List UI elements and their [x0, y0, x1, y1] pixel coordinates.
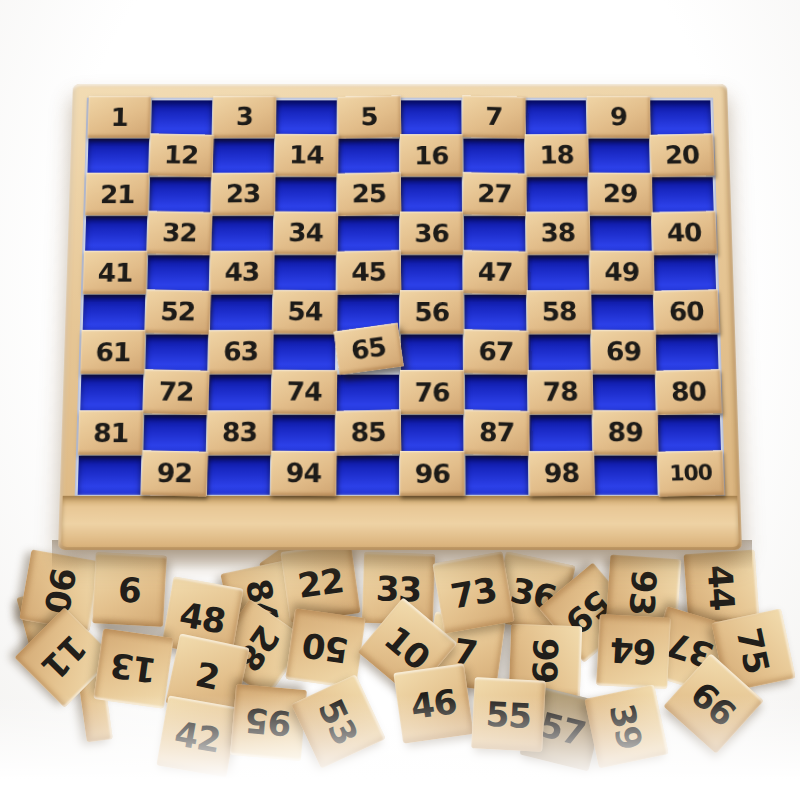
empty-blue-slot[interactable]	[336, 456, 399, 495]
pile-tile-46[interactable]: 46	[393, 663, 473, 743]
empty-blue-slot[interactable]	[272, 415, 335, 454]
board-tile-72[interactable]: 72	[143, 369, 209, 414]
empty-blue-slot[interactable]	[656, 335, 719, 373]
empty-blue-slot[interactable]	[273, 335, 335, 373]
board-tile-18[interactable]: 18	[524, 134, 588, 176]
board-tile-49[interactable]: 49	[590, 251, 654, 294]
board-tile-69[interactable]: 69	[591, 330, 656, 374]
empty-blue-slot[interactable]	[588, 139, 649, 176]
board-tile-29[interactable]: 29	[588, 173, 652, 216]
board-tile-56[interactable]: 56	[400, 290, 464, 333]
empty-blue-slot[interactable]	[145, 335, 208, 373]
empty-blue-slot[interactable]	[401, 255, 462, 293]
empty-blue-slot[interactable]	[401, 177, 462, 214]
empty-blue-slot[interactable]	[463, 139, 524, 176]
empty-blue-slot[interactable]	[207, 456, 270, 495]
empty-blue-slot[interactable]	[591, 295, 653, 333]
empty-blue-slot[interactable]	[78, 456, 142, 495]
empty-blue-slot[interactable]	[528, 335, 590, 373]
empty-blue-slot[interactable]	[650, 100, 711, 136]
board-tile-89[interactable]: 89	[592, 410, 657, 455]
empty-blue-slot[interactable]	[151, 100, 212, 136]
pile-tile-6[interactable]: 6	[92, 552, 167, 627]
empty-blue-slot[interactable]	[465, 456, 528, 495]
pile-tile-44[interactable]: 44	[683, 549, 759, 625]
empty-blue-slot[interactable]	[338, 216, 399, 253]
empty-blue-slot[interactable]	[80, 375, 143, 413]
board-tile-94[interactable]: 94	[270, 451, 336, 496]
empty-blue-slot[interactable]	[211, 216, 273, 253]
board-tile-14[interactable]: 14	[274, 134, 338, 176]
empty-blue-slot[interactable]	[401, 335, 463, 373]
empty-blue-slot[interactable]	[83, 295, 146, 333]
board-tile-92[interactable]: 92	[141, 450, 208, 496]
board-tile-45[interactable]: 45	[336, 250, 401, 294]
board-tile-25[interactable]: 25	[337, 172, 401, 215]
board-tile-12[interactable]: 12	[148, 134, 213, 177]
empty-blue-slot[interactable]	[147, 255, 209, 293]
board-tile-38[interactable]: 38	[525, 211, 590, 254]
empty-blue-slot[interactable]	[652, 177, 714, 214]
empty-blue-slot[interactable]	[208, 375, 271, 413]
empty-blue-slot[interactable]	[143, 415, 206, 454]
empty-blue-slot[interactable]	[464, 216, 525, 253]
empty-blue-slot[interactable]	[526, 177, 587, 214]
board-tile-80[interactable]: 80	[655, 369, 722, 414]
empty-blue-slot[interactable]	[527, 255, 589, 293]
pile-tile-73[interactable]: 73	[432, 551, 514, 633]
pile-tile-13[interactable]: 13	[93, 628, 173, 708]
empty-blue-slot[interactable]	[275, 177, 336, 214]
board-tile-52[interactable]: 52	[145, 290, 211, 334]
board-tile-1[interactable]: 1	[87, 96, 151, 138]
board-tile-34[interactable]: 34	[273, 211, 337, 254]
board-tile-83[interactable]: 83	[207, 410, 272, 455]
board-tile-54[interactable]: 54	[272, 290, 337, 334]
empty-blue-slot[interactable]	[337, 375, 399, 413]
board-tile-41[interactable]: 41	[83, 251, 148, 294]
empty-blue-slot[interactable]	[274, 255, 336, 293]
board-tile-63[interactable]: 63	[208, 330, 272, 374]
board-grid: 1357912141618202123252729323436384041434…	[75, 98, 726, 498]
board-tile-5[interactable]: 5	[337, 95, 401, 138]
board-tile-78[interactable]: 78	[527, 370, 593, 414]
board-wooden-frame: 1357912141618202123252729323436384041434…	[58, 84, 742, 550]
board-tile-96[interactable]: 96	[400, 451, 465, 496]
empty-blue-slot[interactable]	[658, 415, 721, 454]
board-tile-60[interactable]: 60	[653, 290, 719, 334]
pile-tile-95[interactable]: 95	[230, 684, 307, 761]
board-tile-43[interactable]: 43	[210, 251, 274, 294]
board-tile-74[interactable]: 74	[271, 370, 336, 414]
board-tile-21[interactable]: 21	[85, 173, 149, 215]
product-photo-hundred-board: 1357912141618202123252729323436384041434…	[0, 0, 800, 800]
empty-blue-slot[interactable]	[590, 216, 652, 253]
board-tile-9[interactable]: 9	[587, 96, 650, 138]
board-tile-61[interactable]: 61	[80, 330, 145, 373]
board-tile-20[interactable]: 20	[649, 134, 714, 177]
empty-blue-slot[interactable]	[525, 100, 586, 136]
pile-tile-39[interactable]: 39	[584, 684, 668, 768]
board-tile-32[interactable]: 32	[147, 211, 212, 255]
empty-blue-slot[interactable]	[593, 375, 656, 413]
empty-blue-slot[interactable]	[401, 415, 463, 454]
board-tile-98[interactable]: 98	[528, 451, 594, 496]
empty-blue-slot[interactable]	[210, 295, 272, 333]
board-tile-67[interactable]: 67	[463, 329, 528, 374]
board-tile-16[interactable]: 16	[400, 134, 463, 176]
empty-blue-slot[interactable]	[529, 415, 592, 454]
board-tile-40[interactable]: 40	[651, 211, 717, 255]
pile-tile-64[interactable]: 64	[596, 614, 671, 689]
board-tile-85[interactable]: 85	[335, 410, 401, 455]
pile-tile-55[interactable]: 55	[471, 677, 546, 752]
empty-blue-slot[interactable]	[338, 139, 399, 176]
board-tile-81[interactable]: 81	[78, 410, 144, 454]
board-tile-76[interactable]: 76	[400, 370, 465, 414]
empty-blue-slot[interactable]	[594, 456, 657, 495]
hundred-board: 1357912141618202123252729323436384041434…	[58, 84, 742, 550]
empty-blue-slot[interactable]	[464, 295, 526, 333]
board-tile-36[interactable]: 36	[400, 212, 464, 255]
board-tile-47[interactable]: 47	[463, 250, 527, 294]
board-tile-100[interactable]: 100	[657, 450, 724, 496]
board-tile-3[interactable]: 3	[213, 96, 276, 138]
empty-blue-slot[interactable]	[276, 100, 337, 136]
pile-tile-53[interactable]: 53	[291, 674, 385, 768]
empty-blue-slot[interactable]	[87, 139, 149, 176]
board-tile-7[interactable]: 7	[462, 95, 525, 138]
board-tile-27[interactable]: 27	[462, 172, 526, 215]
empty-blue-slot[interactable]	[654, 255, 716, 293]
pile-tile-22[interactable]: 22	[280, 542, 360, 622]
board-tile-23[interactable]: 23	[211, 173, 275, 216]
board-tile-87[interactable]: 87	[464, 410, 529, 455]
empty-blue-slot[interactable]	[149, 177, 211, 214]
empty-blue-slot[interactable]	[213, 139, 274, 176]
board-tile-58[interactable]: 58	[526, 290, 591, 334]
empty-blue-slot[interactable]	[401, 100, 462, 136]
pile-tile-42[interactable]: 42	[156, 695, 238, 777]
board-tile-65[interactable]: 65	[333, 323, 403, 375]
empty-blue-slot[interactable]	[465, 375, 527, 413]
empty-blue-slot[interactable]	[85, 216, 147, 253]
